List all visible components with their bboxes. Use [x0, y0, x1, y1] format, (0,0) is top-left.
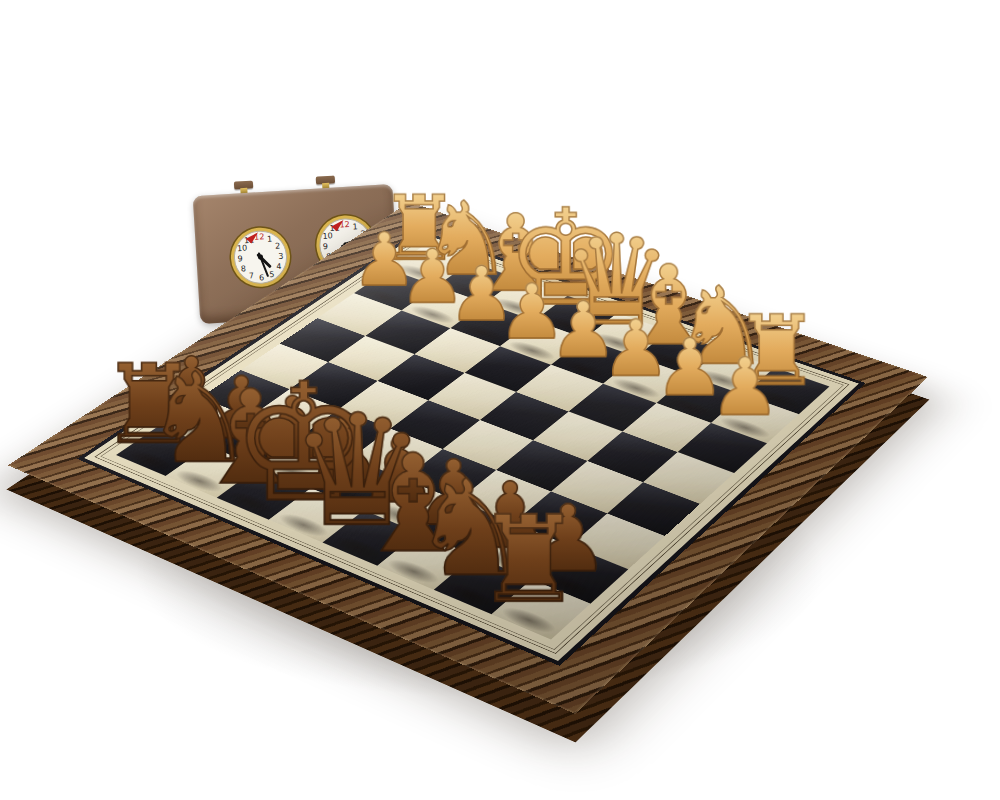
- svg-text:9: 9: [237, 254, 243, 263]
- svg-text:7: 7: [249, 271, 255, 280]
- svg-text:3: 3: [278, 252, 284, 261]
- svg-text:12: 12: [254, 232, 265, 242]
- white-pawn-piece: ♟: [709, 348, 780, 427]
- scene: 123456789101112123456789101112 ♜♞♝♚♛♝♞♜♟…: [0, 0, 1000, 800]
- svg-text:6: 6: [259, 273, 265, 282]
- svg-text:8: 8: [241, 264, 247, 273]
- svg-text:1: 1: [267, 234, 273, 243]
- black-rook-piece: ♜: [475, 500, 582, 620]
- svg-text:12: 12: [339, 220, 350, 230]
- square-a2: ♟: [711, 395, 799, 443]
- left-clock-dial: 123456789101112: [228, 224, 294, 290]
- square-a8: ♜: [492, 579, 591, 639]
- clock-button-right: [316, 176, 335, 185]
- svg-text:2: 2: [275, 242, 281, 251]
- svg-text:5: 5: [269, 270, 275, 279]
- svg-text:9: 9: [323, 242, 329, 251]
- svg-text:4: 4: [276, 262, 282, 271]
- clock-button-left: [234, 181, 253, 190]
